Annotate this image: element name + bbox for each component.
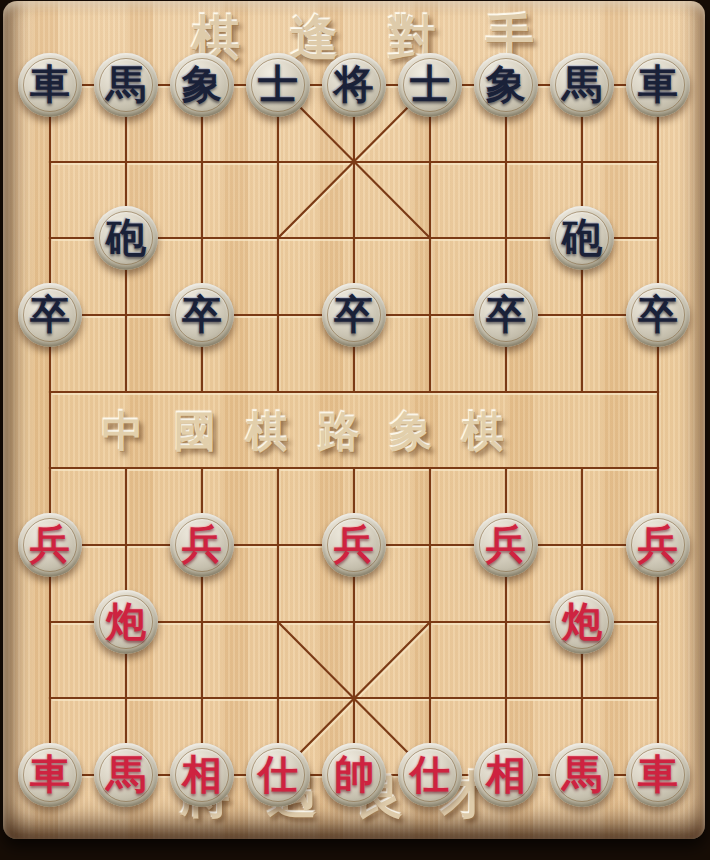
piece-glyph: 馬 <box>562 64 602 104</box>
piece-black-soldier[interactable]: 卒 <box>474 283 538 347</box>
piece-glyph: 兵 <box>638 524 678 564</box>
piece-glyph: 卒 <box>486 294 526 334</box>
piece-red-chariot[interactable]: 車 <box>626 743 690 807</box>
piece-red-chariot[interactable]: 車 <box>18 743 82 807</box>
piece-glyph: 卒 <box>334 294 374 334</box>
xiangqi-app: 棋逢對手 中國棋路象棋 將遇良才 車馬象士将士象馬車砲砲卒卒卒卒卒兵兵兵兵兵炮炮… <box>0 0 710 860</box>
piece-black-horse[interactable]: 馬 <box>94 53 158 117</box>
piece-red-soldier[interactable]: 兵 <box>18 513 82 577</box>
piece-black-chariot[interactable]: 車 <box>626 53 690 117</box>
piece-red-elephant[interactable]: 相 <box>474 743 538 807</box>
piece-black-advisor[interactable]: 士 <box>246 53 310 117</box>
piece-red-horse[interactable]: 馬 <box>550 743 614 807</box>
pieces-layer: 車馬象士将士象馬車砲砲卒卒卒卒卒兵兵兵兵兵炮炮車馬相仕帥仕相馬車 <box>0 0 710 860</box>
piece-glyph: 馬 <box>106 754 146 794</box>
piece-red-elephant[interactable]: 相 <box>170 743 234 807</box>
piece-glyph: 兵 <box>334 524 374 564</box>
piece-black-cannon[interactable]: 砲 <box>94 206 158 270</box>
piece-red-horse[interactable]: 馬 <box>94 743 158 807</box>
piece-red-cannon[interactable]: 炮 <box>550 590 614 654</box>
piece-glyph: 車 <box>30 754 70 794</box>
piece-red-advisor[interactable]: 仕 <box>398 743 462 807</box>
piece-red-advisor[interactable]: 仕 <box>246 743 310 807</box>
piece-glyph: 車 <box>638 754 678 794</box>
piece-black-general[interactable]: 将 <box>322 53 386 117</box>
piece-glyph: 馬 <box>106 64 146 104</box>
piece-glyph: 象 <box>182 64 222 104</box>
piece-glyph: 仕 <box>258 754 298 794</box>
piece-black-elephant[interactable]: 象 <box>170 53 234 117</box>
piece-black-chariot[interactable]: 車 <box>18 53 82 117</box>
piece-glyph: 車 <box>30 64 70 104</box>
piece-glyph: 車 <box>638 64 678 104</box>
piece-glyph: 卒 <box>30 294 70 334</box>
piece-black-advisor[interactable]: 士 <box>398 53 462 117</box>
piece-glyph: 兵 <box>30 524 70 564</box>
piece-glyph: 将 <box>334 64 374 104</box>
piece-red-soldier[interactable]: 兵 <box>626 513 690 577</box>
piece-glyph: 卒 <box>182 294 222 334</box>
piece-glyph: 兵 <box>486 524 526 564</box>
piece-glyph: 帥 <box>334 754 374 794</box>
piece-glyph: 炮 <box>562 601 602 641</box>
piece-black-soldier[interactable]: 卒 <box>626 283 690 347</box>
piece-glyph: 兵 <box>182 524 222 564</box>
piece-glyph: 士 <box>258 64 298 104</box>
piece-glyph: 卒 <box>638 294 678 334</box>
piece-glyph: 仕 <box>410 754 450 794</box>
piece-black-horse[interactable]: 馬 <box>550 53 614 117</box>
piece-red-cannon[interactable]: 炮 <box>94 590 158 654</box>
piece-red-soldier[interactable]: 兵 <box>170 513 234 577</box>
piece-glyph: 象 <box>486 64 526 104</box>
piece-black-soldier[interactable]: 卒 <box>18 283 82 347</box>
piece-glyph: 炮 <box>106 601 146 641</box>
piece-red-soldier[interactable]: 兵 <box>322 513 386 577</box>
piece-glyph: 相 <box>486 754 526 794</box>
piece-glyph: 砲 <box>562 217 602 257</box>
piece-glyph: 士 <box>410 64 450 104</box>
piece-glyph: 相 <box>182 754 222 794</box>
piece-black-soldier[interactable]: 卒 <box>170 283 234 347</box>
piece-black-elephant[interactable]: 象 <box>474 53 538 117</box>
piece-black-cannon[interactable]: 砲 <box>550 206 614 270</box>
piece-black-soldier[interactable]: 卒 <box>322 283 386 347</box>
piece-red-soldier[interactable]: 兵 <box>474 513 538 577</box>
piece-red-general[interactable]: 帥 <box>322 743 386 807</box>
piece-glyph: 馬 <box>562 754 602 794</box>
piece-glyph: 砲 <box>106 217 146 257</box>
